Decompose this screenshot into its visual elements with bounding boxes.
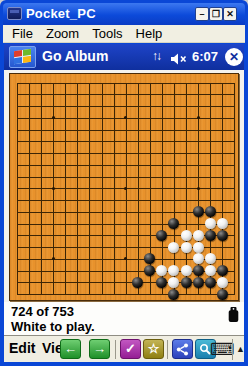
next-position-button[interactable]: → — [89, 339, 110, 359]
grid-line — [17, 224, 235, 225]
white-stone — [181, 265, 192, 276]
goban[interactable] — [9, 73, 239, 301]
album-counter: 724 of 753 — [11, 304, 74, 319]
keyboard-icon[interactable]: ⌨ — [210, 339, 235, 360]
menu-item-help[interactable]: Help — [136, 26, 163, 41]
black-stone — [217, 265, 228, 276]
white-stone — [168, 265, 179, 276]
game-tree-button[interactable] — [172, 339, 193, 359]
windows-flag-icon — [14, 49, 31, 64]
black-stone — [144, 265, 155, 276]
maximize-button[interactable]: ❐ — [209, 7, 223, 21]
black-stone — [205, 277, 216, 288]
black-stone — [144, 253, 155, 264]
black-stone-marker-icon — [228, 306, 239, 327]
volume-muted-icon[interactable] — [170, 51, 187, 69]
white-stone — [168, 242, 179, 253]
black-stone — [217, 289, 228, 300]
bottom-toolbar: Edit View ← → ✓ ☆ — [4, 335, 244, 362]
white-stone — [217, 218, 228, 229]
to-play-text: White to play. — [11, 319, 95, 334]
grid-line — [186, 83, 187, 296]
toolbar-separator — [115, 340, 116, 359]
menu-bar: File Zoom Tools Help — [3, 25, 245, 43]
white-stone — [181, 242, 192, 253]
toolbar-separator — [167, 340, 168, 359]
white-stone — [205, 265, 216, 276]
black-stone — [193, 277, 204, 288]
app-area — [4, 70, 244, 302]
pocket-pc-window: Pocket_PC – ❐ ✕ File Zoom Tools Help Go … — [0, 0, 248, 366]
branch-tree-icon — [176, 343, 189, 356]
star-mark-button[interactable]: ☆ — [143, 339, 164, 359]
grid-line — [234, 83, 235, 296]
hoshi-point — [124, 257, 127, 260]
grid-line — [138, 83, 139, 296]
hoshi-point — [52, 187, 55, 190]
close-button[interactable]: ✕ — [223, 7, 237, 21]
toolbar-divider — [232, 339, 233, 360]
black-stone — [217, 230, 228, 241]
black-stone — [168, 289, 179, 300]
check-answer-button[interactable]: ✓ — [120, 339, 141, 359]
title-bar: Pocket_PC – ❐ ✕ — [3, 3, 245, 25]
black-stone — [205, 206, 216, 217]
window-title: Pocket_PC — [26, 6, 96, 21]
hoshi-point — [124, 187, 127, 190]
grid-line — [162, 83, 163, 296]
menu-item-tools[interactable]: Tools — [92, 26, 122, 41]
white-stone — [205, 253, 216, 264]
grid-line — [222, 83, 223, 296]
minimize-button[interactable]: – — [195, 7, 209, 21]
window-icon — [7, 7, 22, 20]
hoshi-point — [124, 116, 127, 119]
black-stone — [168, 218, 179, 229]
white-stone — [193, 253, 204, 264]
black-stone — [193, 265, 204, 276]
black-stone — [181, 277, 192, 288]
smart-close-button[interactable]: ✕ — [225, 48, 243, 66]
hoshi-point — [52, 257, 55, 260]
sync-arrows-icon[interactable]: ↑↓ — [152, 49, 160, 63]
grid-line — [17, 200, 235, 201]
white-stone — [217, 277, 228, 288]
black-stone — [205, 230, 216, 241]
grid-line — [174, 83, 175, 296]
prev-position-button[interactable]: ← — [60, 339, 81, 359]
app-title: Go Album — [42, 48, 108, 64]
clock[interactable]: 6:07 — [192, 49, 218, 64]
input-panel-arrow-icon[interactable]: ▲ — [236, 344, 245, 354]
white-stone — [156, 265, 167, 276]
left-arrow-icon: ← — [61, 340, 80, 358]
hoshi-point — [197, 187, 200, 190]
checkmark-icon: ✓ — [121, 340, 140, 358]
white-stone — [181, 230, 192, 241]
white-stone — [193, 242, 204, 253]
menu-item-file[interactable]: File — [12, 26, 33, 41]
star-icon: ☆ — [144, 340, 163, 358]
white-stone — [193, 230, 204, 241]
black-stone — [193, 206, 204, 217]
right-arrow-icon: → — [90, 340, 109, 358]
start-menu-button[interactable] — [9, 46, 36, 68]
grid-line — [17, 294, 235, 295]
hoshi-point — [52, 116, 55, 119]
menu-item-zoom[interactable]: Zoom — [46, 26, 79, 41]
white-stone — [168, 277, 179, 288]
white-stone — [205, 218, 216, 229]
status-bar: 724 of 753 White to play. — [4, 302, 244, 335]
edit-menu[interactable]: Edit — [9, 340, 35, 356]
black-stone — [132, 277, 143, 288]
pda-nav-bar: Go Album ↑↓ 6:07 ✕ — [4, 44, 244, 70]
black-stone — [156, 277, 167, 288]
hoshi-point — [197, 116, 200, 119]
black-stone — [156, 230, 167, 241]
